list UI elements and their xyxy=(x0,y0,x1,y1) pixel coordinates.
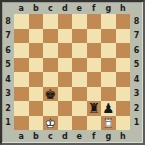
square-a4[interactable] xyxy=(14,72,29,87)
rank-label-3-right: 3 xyxy=(130,87,143,102)
square-g6[interactable] xyxy=(101,43,116,58)
square-f2[interactable]: ♜ xyxy=(87,101,102,116)
square-f6[interactable] xyxy=(87,43,102,58)
square-f4[interactable] xyxy=(87,72,102,87)
square-f5[interactable] xyxy=(87,58,102,73)
square-b2[interactable] xyxy=(29,101,44,116)
piece-glyph: ♔ xyxy=(43,116,58,131)
square-d5[interactable] xyxy=(58,58,73,73)
rank-label-1-right: 1 xyxy=(130,116,143,131)
square-e8[interactable] xyxy=(72,14,87,29)
chess-diagram: abcdefgh 87654321 87654321 abcdefgh ♚♜♟♚… xyxy=(0,0,145,145)
rank-label-7-left: 7 xyxy=(2,29,14,44)
square-f1[interactable] xyxy=(87,116,102,131)
file-labels-bottom: abcdefgh xyxy=(14,130,130,143)
square-h4[interactable] xyxy=(116,72,131,87)
rank-label-3-left: 3 xyxy=(2,87,14,102)
file-label-g-top: g xyxy=(101,2,116,14)
square-b6[interactable] xyxy=(29,43,44,58)
square-g1[interactable]: ♜♖ xyxy=(101,116,116,131)
square-e6[interactable] xyxy=(72,43,87,58)
square-e7[interactable] xyxy=(72,29,87,44)
square-c4[interactable] xyxy=(43,72,58,87)
rank-label-6-left: 6 xyxy=(2,43,14,58)
square-d6[interactable] xyxy=(58,43,73,58)
file-label-a-top: a xyxy=(14,2,29,14)
piece-black-pawn[interactable]: ♟ xyxy=(101,101,116,116)
square-d7[interactable] xyxy=(58,29,73,44)
square-h8[interactable] xyxy=(116,14,131,29)
file-label-h-top: h xyxy=(116,2,131,14)
piece-black-rook[interactable]: ♜ xyxy=(87,101,102,116)
square-d2[interactable] xyxy=(58,101,73,116)
square-e4[interactable] xyxy=(72,72,87,87)
piece-white-rook[interactable]: ♜♖ xyxy=(101,116,116,131)
file-label-e-bottom: e xyxy=(72,130,87,143)
file-label-c-bottom: c xyxy=(43,130,58,143)
file-label-h-bottom: h xyxy=(116,130,131,143)
square-g7[interactable] xyxy=(101,29,116,44)
square-h6[interactable] xyxy=(116,43,131,58)
piece-black-king[interactable]: ♚ xyxy=(43,87,58,102)
piece-glyph: ♟ xyxy=(101,101,116,116)
rank-label-4-left: 4 xyxy=(2,72,14,87)
square-d1[interactable] xyxy=(58,116,73,131)
square-c2[interactable] xyxy=(43,101,58,116)
file-label-b-bottom: b xyxy=(29,130,44,143)
file-label-d-bottom: d xyxy=(58,130,73,143)
square-b8[interactable] xyxy=(29,14,44,29)
square-g4[interactable] xyxy=(101,72,116,87)
square-b4[interactable] xyxy=(29,72,44,87)
square-c7[interactable] xyxy=(43,29,58,44)
file-label-f-bottom: f xyxy=(87,130,102,143)
square-e2[interactable] xyxy=(72,101,87,116)
file-label-b-top: b xyxy=(29,2,44,14)
piece-glyph: ♚ xyxy=(43,87,58,102)
square-c3[interactable]: ♚ xyxy=(43,87,58,102)
square-b1[interactable] xyxy=(29,116,44,131)
file-label-g-bottom: g xyxy=(101,130,116,143)
square-f3[interactable] xyxy=(87,87,102,102)
piece-white-king[interactable]: ♚♔ xyxy=(43,116,58,131)
rank-label-7-right: 7 xyxy=(130,29,143,44)
square-a8[interactable] xyxy=(14,14,29,29)
rank-label-4-right: 4 xyxy=(130,72,143,87)
square-a2[interactable] xyxy=(14,101,29,116)
rank-label-6-right: 6 xyxy=(130,43,143,58)
square-e3[interactable] xyxy=(72,87,87,102)
square-a3[interactable] xyxy=(14,87,29,102)
file-label-d-top: d xyxy=(58,2,73,14)
square-f8[interactable] xyxy=(87,14,102,29)
square-b5[interactable] xyxy=(29,58,44,73)
file-label-a-bottom: a xyxy=(14,130,29,143)
rank-label-2-right: 2 xyxy=(130,101,143,116)
piece-glyph: ♖ xyxy=(101,116,116,131)
square-d4[interactable] xyxy=(58,72,73,87)
square-h7[interactable] xyxy=(116,29,131,44)
rank-label-5-right: 5 xyxy=(130,58,143,73)
piece-glyph: ♜ xyxy=(87,101,102,116)
square-c5[interactable] xyxy=(43,58,58,73)
square-e1[interactable] xyxy=(72,116,87,131)
square-c1[interactable]: ♚♔ xyxy=(43,116,58,131)
square-h2[interactable] xyxy=(116,101,131,116)
rank-labels-left: 87654321 xyxy=(2,14,14,130)
file-label-f-top: f xyxy=(87,2,102,14)
rank-label-1-left: 1 xyxy=(2,116,14,131)
square-a1[interactable] xyxy=(14,116,29,131)
square-e5[interactable] xyxy=(72,58,87,73)
rank-labels-right: 87654321 xyxy=(130,14,143,130)
square-g8[interactable] xyxy=(101,14,116,29)
square-d8[interactable] xyxy=(58,14,73,29)
file-labels-top: abcdefgh xyxy=(14,2,130,14)
square-b7[interactable] xyxy=(29,29,44,44)
square-h1[interactable] xyxy=(116,116,131,131)
square-a7[interactable] xyxy=(14,29,29,44)
rank-label-8-left: 8 xyxy=(2,14,14,29)
board-grid: ♚♜♟♚♔♜♖ xyxy=(14,14,130,130)
square-b3[interactable] xyxy=(29,87,44,102)
square-c8[interactable] xyxy=(43,14,58,29)
file-label-c-top: c xyxy=(43,2,58,14)
square-g5[interactable] xyxy=(101,58,116,73)
square-h3[interactable] xyxy=(116,87,131,102)
square-d3[interactable] xyxy=(58,87,73,102)
square-c6[interactable] xyxy=(43,43,58,58)
square-a5[interactable] xyxy=(14,58,29,73)
square-a6[interactable] xyxy=(14,43,29,58)
rank-label-2-left: 2 xyxy=(2,101,14,116)
square-g3[interactable] xyxy=(101,87,116,102)
rank-label-8-right: 8 xyxy=(130,14,143,29)
square-f7[interactable] xyxy=(87,29,102,44)
square-h5[interactable] xyxy=(116,58,131,73)
square-g2[interactable]: ♟ xyxy=(101,101,116,116)
rank-label-5-left: 5 xyxy=(2,58,14,73)
file-label-e-top: e xyxy=(72,2,87,14)
